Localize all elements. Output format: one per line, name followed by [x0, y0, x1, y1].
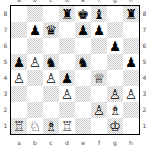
chess-board: ♜♚♝♜♟♛♟♟♟♟♙♞♞♟♙♙♟♕♙♙♙♙♗♖♘♗♖♔ — [10, 5, 140, 135]
square-e1[interactable] — [75, 118, 91, 134]
square-h6[interactable] — [123, 38, 139, 54]
black-bishop[interactable]: ♝ — [93, 6, 105, 22]
black-pawn[interactable]: ♟ — [29, 22, 41, 38]
square-h8[interactable]: ♜ — [123, 6, 139, 22]
rank-label-right-3: 3 — [141, 86, 148, 102]
square-e5[interactable]: ♞ — [75, 54, 91, 70]
square-g8[interactable] — [107, 6, 123, 22]
white-rook[interactable]: ♖ — [61, 118, 73, 134]
file-label-bottom-c: c — [43, 140, 59, 146]
square-b1[interactable]: ♘ — [27, 118, 43, 134]
white-king[interactable]: ♔ — [109, 118, 121, 134]
square-c2[interactable] — [43, 102, 59, 118]
square-e2[interactable] — [75, 102, 91, 118]
square-b5[interactable]: ♙ — [27, 54, 43, 70]
file-label-top-f: f — [91, 0, 107, 3]
square-e3[interactable] — [75, 86, 91, 102]
square-a2[interactable] — [11, 102, 27, 118]
white-pawn[interactable]: ♙ — [109, 86, 121, 102]
white-queen[interactable]: ♕ — [93, 70, 105, 86]
rank-label-left-8: 8 — [2, 6, 9, 22]
square-d8[interactable]: ♜ — [59, 6, 75, 22]
square-f7[interactable]: ♟ — [91, 22, 107, 38]
square-g1[interactable]: ♔ — [107, 118, 123, 134]
white-pawn[interactable]: ♙ — [61, 86, 73, 102]
square-b3[interactable] — [27, 86, 43, 102]
square-a8[interactable] — [11, 6, 27, 22]
black-knight[interactable]: ♞ — [45, 54, 57, 70]
square-g4[interactable] — [107, 70, 123, 86]
square-d4[interactable]: ♟ — [59, 70, 75, 86]
square-f8[interactable]: ♝ — [91, 6, 107, 22]
black-pawn[interactable]: ♟ — [125, 54, 137, 70]
square-d2[interactable] — [59, 102, 75, 118]
rank-label-right-4: 4 — [141, 70, 148, 86]
square-c3[interactable] — [43, 86, 59, 102]
rank-label-left-5: 5 — [2, 54, 9, 70]
square-f4[interactable]: ♕ — [91, 70, 107, 86]
square-e7[interactable]: ♟ — [75, 22, 91, 38]
rank-label-right-5: 5 — [141, 54, 148, 70]
white-pawn[interactable]: ♙ — [13, 70, 25, 86]
square-b4[interactable] — [27, 70, 43, 86]
square-c5[interactable]: ♞ — [43, 54, 59, 70]
rank-label-right-8: 8 — [141, 6, 148, 22]
white-rook[interactable]: ♖ — [13, 118, 25, 134]
black-king[interactable]: ♚ — [77, 6, 89, 22]
file-label-bottom-a: a — [11, 140, 27, 146]
square-f1[interactable] — [91, 118, 107, 134]
square-f2[interactable]: ♙ — [91, 102, 107, 118]
file-label-top-g: g — [107, 0, 123, 3]
square-h2[interactable] — [123, 102, 139, 118]
square-e8[interactable]: ♚ — [75, 6, 91, 22]
file-label-bottom-e: e — [75, 140, 91, 146]
black-pawn[interactable]: ♟ — [93, 22, 105, 38]
square-d6[interactable] — [59, 38, 75, 54]
file-label-bottom-g: g — [107, 140, 123, 146]
black-queen[interactable]: ♛ — [45, 22, 57, 38]
square-c7[interactable]: ♛ — [43, 22, 59, 38]
square-c1[interactable]: ♗ — [43, 118, 59, 134]
square-f5[interactable] — [91, 54, 107, 70]
black-pawn[interactable]: ♟ — [13, 54, 25, 70]
square-g5[interactable] — [107, 54, 123, 70]
file-label-top-a: a — [11, 0, 27, 3]
square-b2[interactable] — [27, 102, 43, 118]
rank-label-left-1: 1 — [2, 118, 9, 134]
white-knight[interactable]: ♘ — [29, 118, 41, 134]
file-label-top-e: e — [75, 0, 91, 3]
square-a5[interactable]: ♟ — [11, 54, 27, 70]
black-rook[interactable]: ♜ — [125, 6, 137, 22]
square-h5[interactable]: ♟ — [123, 54, 139, 70]
square-a6[interactable] — [11, 38, 27, 54]
white-pawn[interactable]: ♙ — [125, 86, 137, 102]
rank-label-left-7: 7 — [2, 22, 9, 38]
square-g7[interactable] — [107, 22, 123, 38]
square-h7[interactable] — [123, 22, 139, 38]
white-pawn[interactable]: ♙ — [93, 102, 105, 118]
square-d7[interactable] — [59, 22, 75, 38]
square-b7[interactable]: ♟ — [27, 22, 43, 38]
rank-label-left-4: 4 — [2, 70, 9, 86]
file-label-top-d: d — [59, 0, 75, 3]
square-c4[interactable]: ♙ — [43, 70, 59, 86]
square-c6[interactable] — [43, 38, 59, 54]
square-c8[interactable] — [43, 6, 59, 22]
file-label-top-h: h — [123, 0, 139, 3]
square-g6[interactable]: ♟ — [107, 38, 123, 54]
black-pawn[interactable]: ♟ — [61, 70, 73, 86]
square-d3[interactable]: ♙ — [59, 86, 75, 102]
black-pawn[interactable]: ♟ — [109, 38, 121, 54]
square-d5[interactable] — [59, 54, 75, 70]
square-a7[interactable] — [11, 22, 27, 38]
rank-label-right-6: 6 — [141, 38, 148, 54]
file-label-bottom-d: d — [59, 140, 75, 146]
black-knight[interactable]: ♞ — [77, 54, 89, 70]
square-g3[interactable]: ♙ — [107, 86, 123, 102]
rank-label-right-7: 7 — [141, 22, 148, 38]
black-pawn[interactable]: ♟ — [77, 22, 89, 38]
square-a4[interactable]: ♙ — [11, 70, 27, 86]
file-label-bottom-f: f — [91, 140, 107, 146]
white-bishop[interactable]: ♗ — [109, 102, 121, 118]
square-f6[interactable] — [91, 38, 107, 54]
rank-label-right-1: 1 — [141, 118, 148, 134]
square-a1[interactable]: ♖ — [11, 118, 27, 134]
square-e4[interactable] — [75, 70, 91, 86]
file-label-top-c: c — [43, 0, 59, 3]
file-label-top-b: b — [27, 0, 43, 3]
square-b6[interactable] — [27, 38, 43, 54]
square-e6[interactable] — [75, 38, 91, 54]
square-d1[interactable]: ♖ — [59, 118, 75, 134]
black-rook[interactable]: ♜ — [61, 6, 73, 22]
square-b8[interactable] — [27, 6, 43, 22]
square-h1[interactable] — [123, 118, 139, 134]
rank-label-left-3: 3 — [2, 86, 9, 102]
rank-label-left-6: 6 — [2, 38, 9, 54]
white-pawn[interactable]: ♙ — [45, 70, 57, 86]
white-bishop[interactable]: ♗ — [45, 118, 57, 134]
rank-label-left-2: 2 — [2, 102, 9, 118]
square-g2[interactable]: ♗ — [107, 102, 123, 118]
white-pawn[interactable]: ♙ — [29, 54, 41, 70]
chess-diagram: ♜♚♝♜♟♛♟♟♟♟♙♞♞♟♙♙♟♕♙♙♙♙♗♖♘♗♖♔ 88776655443… — [0, 0, 150, 150]
square-h3[interactable]: ♙ — [123, 86, 139, 102]
square-h4[interactable] — [123, 70, 139, 86]
rank-label-right-2: 2 — [141, 102, 148, 118]
file-label-bottom-b: b — [27, 140, 43, 146]
square-f3[interactable] — [91, 86, 107, 102]
file-label-bottom-h: h — [123, 140, 139, 146]
square-a3[interactable] — [11, 86, 27, 102]
